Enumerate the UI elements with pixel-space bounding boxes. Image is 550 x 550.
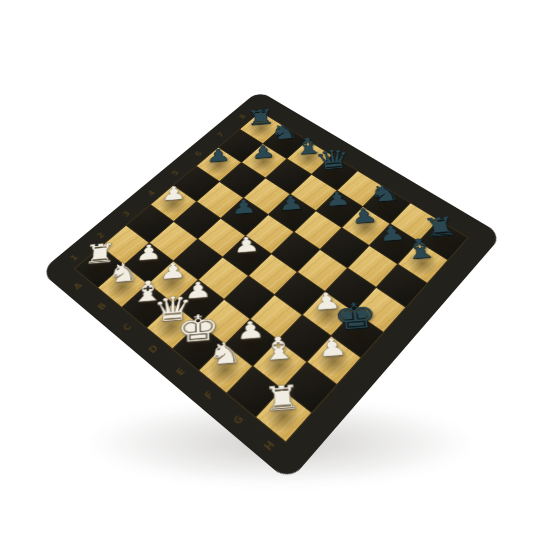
piece-white-bishop-g2[interactable]: ♝ [254, 332, 304, 366]
black-knight-icon: ♞ [368, 181, 403, 206]
piece-black-queen-d8[interactable]: ♛ [311, 145, 355, 174]
black-pawn-icon: ♟ [251, 142, 277, 161]
white-pawn-icon: ♟ [316, 335, 348, 362]
piece-white-pawn-d4[interactable]: ♟ [224, 233, 269, 257]
white-pawn-icon: ♟ [161, 184, 186, 204]
piece-black-pawn-d6[interactable]: ♟ [269, 192, 313, 214]
chess-board: ♜♞♝♛♞♜♟♟♟♟♝♟♟♟♟♟♟♚♟♟♟♟♟♝♜♞♝♛♚♞♜ 12345678… [44, 93, 498, 477]
white-rook-icon: ♜ [262, 380, 303, 416]
black-pawn-icon: ♟ [277, 192, 305, 213]
black-bishop-icon: ♝ [401, 234, 441, 263]
piece-white-pawn-h3[interactable]: ♟ [307, 334, 358, 362]
black-king-icon: ♚ [331, 297, 380, 336]
piece-white-knight-f1[interactable]: ♞ [201, 337, 250, 370]
black-pawn-icon: ♟ [206, 146, 231, 165]
black-pawn-icon: ♟ [231, 196, 258, 217]
white-bishop-icon: ♝ [259, 332, 298, 366]
perspective-scene: ♜♞♝♛♞♜♟♟♟♟♝♟♟♟♟♟♟♚♟♟♟♟♟♝♜♞♝♛♚♞♜ 12345678… [0, 0, 550, 550]
board-grid: ♜♞♝♛♞♜♟♟♟♟♝♟♟♟♟♟♟♚♟♟♟♟♟♝♜♞♝♛♚♞♜ [74, 111, 469, 443]
white-knight-icon: ♞ [208, 338, 244, 370]
black-queen-icon: ♛ [313, 145, 353, 173]
piece-black-pawn-b7[interactable]: ♟ [243, 142, 284, 162]
piece-black-pawn-a6[interactable]: ♟ [199, 145, 239, 165]
piece-black-knight-f8[interactable]: ♞ [362, 181, 408, 207]
photo-stage: ♜♞♝♛♞♜♟♟♟♟♝♟♟♟♟♟♟♚♟♟♟♟♟♝♜♞♝♛♚♞♜ 12345678… [0, 0, 550, 550]
piece-black-king-h4[interactable]: ♚ [329, 297, 381, 336]
piece-black-bishop-h7[interactable]: ♝ [396, 234, 446, 264]
piece-white-rook-h1[interactable]: ♜ [257, 380, 309, 417]
black-pawn-icon: ♟ [350, 205, 379, 226]
white-pawn-icon: ♟ [232, 234, 260, 256]
piece-black-pawn-c5[interactable]: ♟ [223, 195, 266, 217]
